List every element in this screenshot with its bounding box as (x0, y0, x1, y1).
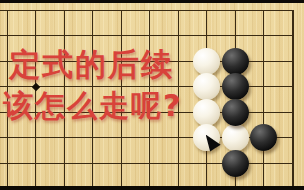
stone-black-R17 (222, 48, 249, 75)
stone-black-S14 (250, 124, 277, 151)
grid-line-horizontal (0, 10, 293, 11)
stone-black-R16 (222, 73, 249, 100)
stone-white-Q17 (193, 48, 220, 75)
grid-line-horizontal (0, 137, 293, 138)
caption-line-2: 该怎么走呢? (3, 91, 182, 121)
stone-black-R13 (222, 150, 249, 177)
stone-white-R14 (222, 124, 249, 151)
grid-line-horizontal (0, 35, 293, 36)
stone-black-R15 (222, 99, 249, 126)
bottom-letterbox-bar (0, 186, 304, 190)
stone-white-Q15 (193, 99, 220, 126)
stone-white-Q16 (193, 73, 220, 100)
grid-line-horizontal (0, 163, 293, 164)
caption-line-1: 定式的后续 (9, 49, 174, 80)
top-letterbox-bar (0, 0, 304, 3)
screenshot-root: 定式的后续 该怎么走呢? (0, 0, 304, 190)
grid-line-horizontal (0, 86, 293, 87)
